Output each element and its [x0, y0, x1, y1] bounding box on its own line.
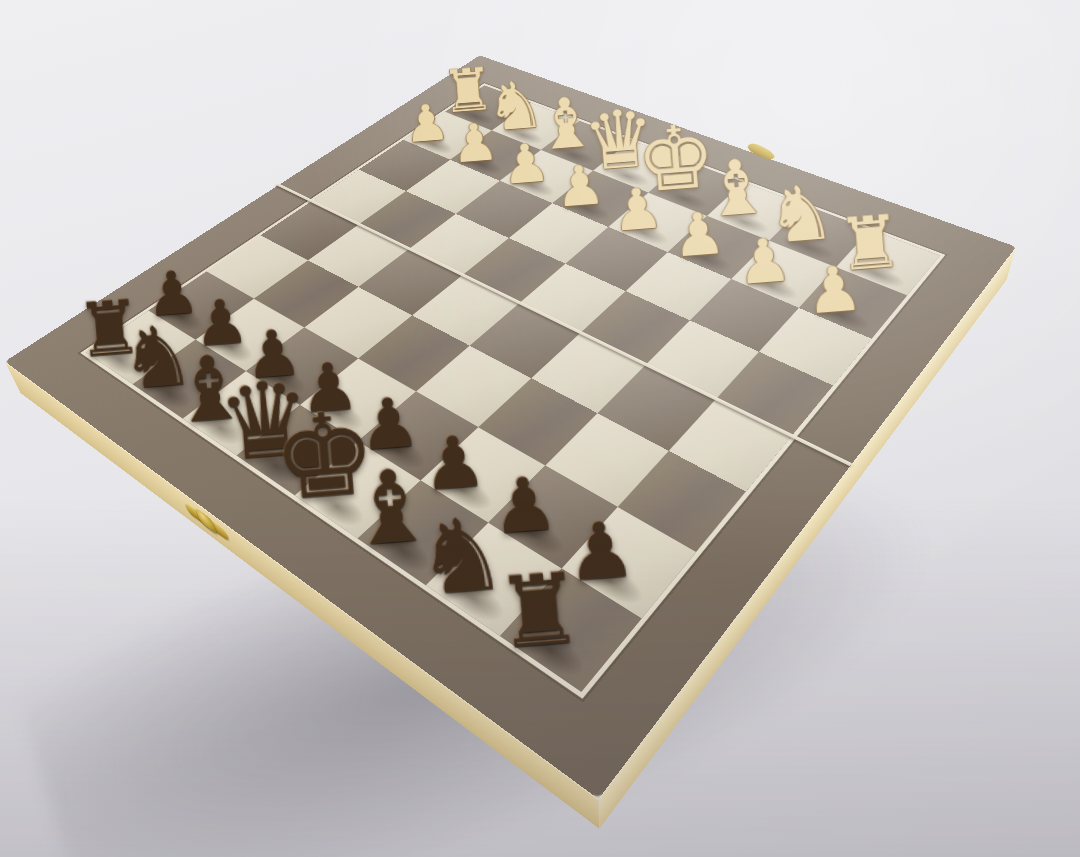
- square-f6: [478, 378, 597, 465]
- brass-latch: [181, 496, 237, 553]
- piece-black-rook: ♜: [492, 558, 587, 662]
- piece-white-pawn: ♟: [500, 135, 552, 192]
- piece-white-pawn: ♟: [450, 115, 500, 170]
- piece-white-pawn: ♟: [804, 256, 865, 323]
- piece-white-pawn: ♟: [670, 203, 727, 265]
- wood-frame: ♜♞♝♛♚♝♞♜♟♟♟♟♟♟♟♟♟♟♟♟♟♟♟♟♜♞♝♛♚♝♞♜: [5, 55, 1016, 799]
- piece-white-pawn: ♟: [735, 229, 794, 294]
- chess-board: ♜♞♝♛♚♝♞♜♟♟♟♟♟♟♟♟♟♟♟♟♟♟♟♟♜♞♝♛♚♝♞♜: [86, 85, 940, 691]
- square-e6: [416, 346, 531, 428]
- scene-tilt: ♜♞♝♛♚♝♞♜♟♟♟♟♟♟♟♟♟♟♟♟♟♟♟♟♜♞♝♛♚♝♞♜: [0, 0, 1080, 857]
- piece-white-pawn: ♟: [610, 179, 665, 239]
- latch-knob-icon: [194, 507, 217, 535]
- piece-white-pawn: ♟: [553, 156, 606, 215]
- piece-white-pawn: ♟: [402, 96, 451, 150]
- table-surface: { "game": "chess", "scene": { "setting":…: [0, 0, 1080, 857]
